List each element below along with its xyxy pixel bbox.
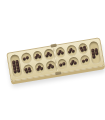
seed: [49, 53, 53, 57]
pit-bottom-5[interactable]: [68, 56, 79, 68]
seed: [38, 55, 42, 59]
seed: [62, 62, 66, 66]
seed: [95, 51, 99, 55]
store-right: [89, 41, 102, 65]
mancala-board: [6, 37, 104, 81]
pit-top-3[interactable]: [43, 48, 54, 60]
hinge-bottom: [55, 72, 61, 75]
pit-top-4[interactable]: [55, 46, 66, 58]
pit-bottom-6[interactable]: [79, 54, 90, 66]
seed: [83, 48, 87, 52]
pit-bottom-1[interactable]: [23, 64, 34, 76]
pit-bottom-2[interactable]: [34, 62, 45, 74]
pit-grid: [21, 43, 91, 77]
seed: [60, 51, 64, 55]
seed: [17, 69, 21, 73]
seed: [92, 55, 96, 59]
seed: [28, 69, 32, 73]
seed: [72, 50, 76, 54]
seed: [39, 67, 43, 71]
pit-bottom-3[interactable]: [45, 60, 56, 72]
pit-top-5[interactable]: [66, 45, 77, 57]
seed: [51, 65, 55, 69]
pit-top-2[interactable]: [32, 50, 43, 62]
seed: [74, 61, 78, 65]
pit-top-1[interactable]: [21, 52, 32, 64]
product-photo-background: [0, 0, 105, 120]
seed: [84, 58, 88, 62]
pit-top-6[interactable]: [77, 43, 88, 55]
seed: [26, 56, 30, 60]
pit-bottom-4[interactable]: [57, 58, 68, 70]
